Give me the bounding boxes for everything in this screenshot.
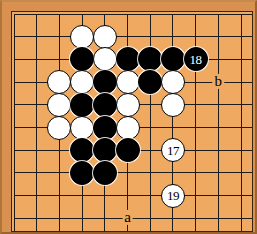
grid-line-vertical [218,14,219,231]
point-label-a: a [122,210,133,225]
white-stone-r4c6 [116,70,140,94]
black-stone-r8c5 [93,161,117,185]
white-stone-r2c4 [70,25,94,49]
white-stone-r6c4 [70,116,94,140]
black-stone-r3c4 [70,47,94,71]
grid-line-vertical [14,14,15,231]
black-stone-r3c7 [138,47,162,71]
white-stone-r6c3 [47,116,71,140]
black-stone-r7c4 [70,138,94,162]
black-stone-r3c6 [116,47,140,71]
black-stone-r5c4 [70,93,94,117]
grid-line-horizontal [14,14,252,15]
grid-line-vertical [36,14,37,231]
white-stone-r5c8 [161,93,185,117]
white-stone-move-19-r9c8: 19 [161,184,185,208]
white-stone-r5c6 [116,93,140,117]
grid-line-horizontal [14,218,252,219]
white-stone-r4c8 [161,70,185,94]
white-stone-r2c5 [93,25,117,49]
black-stone-r4c7 [138,70,162,94]
black-stone-move-18-r3c9: 18 [184,47,208,71]
white-stone-r5c3 [47,93,71,117]
white-stone-r3c5 [93,47,117,71]
black-stone-r4c5 [93,70,117,94]
point-label-b: b [213,74,225,89]
black-stone-r5c5 [93,93,117,117]
grid-line-horizontal [14,172,252,173]
grid-line-horizontal [14,195,252,196]
black-stone-r8c4 [70,161,94,185]
grid-line-horizontal [14,36,252,37]
move-number: 18 [190,52,202,65]
white-stone-r6c6 [116,116,140,140]
move-number: 17 [167,143,179,156]
black-stone-r7c6 [116,138,140,162]
black-stone-r7c5 [93,138,117,162]
grid-line-vertical [241,14,242,231]
move-number: 19 [167,189,179,202]
black-stone-r3c8 [161,47,185,71]
go-diagram-screenshot: 181719ba [0,0,257,234]
black-stone-r6c5 [93,116,117,140]
white-stone-r4c4 [70,70,94,94]
white-stone-move-17-r7c8: 17 [161,138,185,162]
go-board: 181719ba [11,11,253,232]
white-stone-r4c3 [47,70,71,94]
